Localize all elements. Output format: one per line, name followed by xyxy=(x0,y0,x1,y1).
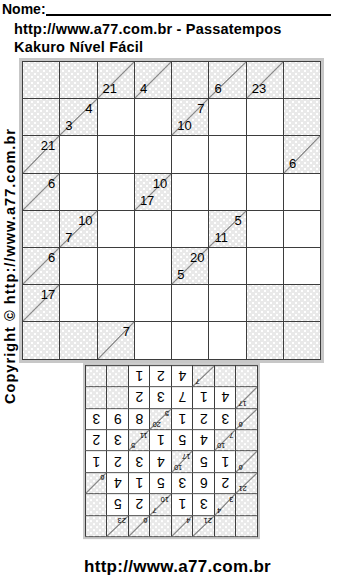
clue-cell: 7 xyxy=(193,365,215,386)
entry-cell[interactable] xyxy=(135,248,172,285)
entry-cell[interactable] xyxy=(98,248,135,285)
entry-cell[interactable] xyxy=(172,322,209,359)
blocked-cell xyxy=(107,365,129,386)
across-clue-number: 17 xyxy=(239,399,247,407)
site-title: http://www.a77.com.br - Passatempos xyxy=(14,21,282,37)
clue-cell: 6 xyxy=(209,62,246,99)
blocked-cell xyxy=(247,285,284,322)
blocked-cell xyxy=(214,365,236,386)
solution-digit-cell: 2 xyxy=(150,365,172,386)
blocked-cell xyxy=(85,515,107,536)
solution-digit-cell: 5 xyxy=(107,493,129,514)
clue-cell: 511 xyxy=(209,211,246,248)
solution-digit-cell: 4 xyxy=(171,365,193,386)
solution-digit-cell: 1 xyxy=(171,493,193,514)
solution-digit-cell: 3 xyxy=(107,429,129,450)
entry-cell[interactable] xyxy=(172,136,209,173)
clue-cell: 43 xyxy=(60,99,97,136)
clue-cell: 23 xyxy=(107,515,129,536)
blocked-cell xyxy=(23,99,60,136)
entry-cell[interactable] xyxy=(172,285,209,322)
entry-cell[interactable] xyxy=(135,99,172,136)
blocked-cell xyxy=(107,386,129,407)
solution-digit-cell: 1 xyxy=(214,451,236,472)
down-clue-number: 4 xyxy=(140,82,147,95)
entry-cell[interactable] xyxy=(209,322,246,359)
across-clue-number: 4 xyxy=(85,102,92,115)
entry-cell[interactable] xyxy=(209,136,246,173)
down-clue-number: 21 xyxy=(103,82,117,95)
across-clue-number: 7 xyxy=(196,378,200,386)
entry-cell[interactable] xyxy=(209,285,246,322)
page-title: Kakuro Nível Fácil xyxy=(14,39,143,55)
entry-cell[interactable] xyxy=(135,211,172,248)
solution-digit-cell: 5 xyxy=(171,429,193,450)
solution-digit-cell: 5 xyxy=(193,451,215,472)
blocked-cell xyxy=(150,515,172,536)
across-clue-number: 6 xyxy=(239,421,243,429)
solution-digit-cell: 9 xyxy=(107,408,129,429)
kakuro-solution-grid-inner: 2146234331710252126351466151017432110745… xyxy=(85,365,258,537)
blocked-cell xyxy=(85,365,107,386)
clue-cell: 4 xyxy=(171,515,193,536)
entry-cell[interactable] xyxy=(98,136,135,173)
across-clue-number: 20 xyxy=(190,251,204,264)
solution-digit-cell: 3 xyxy=(214,408,236,429)
solution-digit-cell: 4 xyxy=(107,472,129,493)
across-clue-number: 10 xyxy=(217,442,225,450)
solution-digit-cell: 3 xyxy=(85,408,107,429)
solution-digit-cell: 1 xyxy=(171,408,193,429)
down-clue-number: 23 xyxy=(118,517,126,525)
blocked-cell xyxy=(23,322,60,359)
entry-cell[interactable] xyxy=(284,211,321,248)
clue-cell: 7 xyxy=(98,322,135,359)
across-clue-number: 6 xyxy=(239,463,243,471)
across-clue-number: 4 xyxy=(217,506,221,514)
blocked-cell xyxy=(247,322,284,359)
across-clue-number: 6 xyxy=(48,177,55,190)
entry-cell[interactable] xyxy=(98,211,135,248)
entry-cell[interactable] xyxy=(172,174,209,211)
blocked-cell xyxy=(85,386,107,407)
across-clue-number: 20 xyxy=(153,421,161,429)
down-clue-number: 11 xyxy=(140,431,148,439)
across-clue-number: 10 xyxy=(174,463,182,471)
across-clue-number: 21 xyxy=(239,485,247,493)
down-clue-number: 3 xyxy=(229,495,233,503)
entry-cell[interactable] xyxy=(172,211,209,248)
blocked-cell xyxy=(284,99,321,136)
down-clue-number: 5 xyxy=(165,410,169,418)
solution-digit-cell: 2 xyxy=(193,408,215,429)
clue-cell: 107 xyxy=(214,429,236,450)
down-clue-number: 6 xyxy=(289,157,296,170)
solution-digit-cell: 2 xyxy=(107,451,129,472)
entry-cell[interactable] xyxy=(284,248,321,285)
clue-cell: 43 xyxy=(214,493,236,514)
down-clue-number: 23 xyxy=(252,82,266,95)
clue-cell: 205 xyxy=(150,408,172,429)
solution-digit-cell: 4 xyxy=(214,386,236,407)
clue-cell: 6 xyxy=(85,472,107,493)
across-clue-number: 5 xyxy=(235,214,242,227)
across-clue-number: 10 xyxy=(78,214,92,227)
solution-digit-cell: 4 xyxy=(150,451,172,472)
down-clue-number: 7 xyxy=(229,431,233,439)
clue-cell: 710 xyxy=(172,99,209,136)
entry-cell[interactable] xyxy=(60,248,97,285)
entry-cell[interactable] xyxy=(247,136,284,173)
entry-cell[interactable] xyxy=(98,99,135,136)
down-clue-number: 10 xyxy=(177,119,191,132)
solution-digit-cell: 3 xyxy=(128,451,150,472)
entry-cell[interactable] xyxy=(209,174,246,211)
solution-digit-cell: 8 xyxy=(128,408,150,429)
blocked-cell xyxy=(284,285,321,322)
solution-digit-cell: 6 xyxy=(193,472,215,493)
solution-digit-cell: 1 xyxy=(128,472,150,493)
clue-cell: 4 xyxy=(135,62,172,99)
entry-cell[interactable] xyxy=(209,99,246,136)
clue-cell: 21 xyxy=(236,472,258,493)
down-clue-number: 6 xyxy=(100,474,104,482)
entry-cell[interactable] xyxy=(60,136,97,173)
down-clue-number: 6 xyxy=(143,517,147,525)
solution-digit-cell: 1 xyxy=(150,429,172,450)
solution-digit-cell: 3 xyxy=(150,386,172,407)
down-clue-number: 7 xyxy=(65,231,72,244)
solution-digit-cell: 1 xyxy=(193,386,215,407)
blocked-cell xyxy=(23,211,60,248)
kakuro-worksheet-page: Nome: http://www.a77.com.br - Passatempo… xyxy=(0,0,340,584)
across-clue-number: 6 xyxy=(48,251,55,264)
solution-digit-cell: 2 xyxy=(214,472,236,493)
blocked-cell xyxy=(236,365,258,386)
clue-cell: 21 xyxy=(193,515,215,536)
clue-cell: 1017 xyxy=(135,174,172,211)
solution-digit-cell: 3 xyxy=(171,472,193,493)
name-label: Nome: xyxy=(2,1,46,17)
entry-cell[interactable] xyxy=(60,285,97,322)
entry-cell[interactable] xyxy=(247,248,284,285)
down-clue-number: 21 xyxy=(204,517,212,525)
entry-cell[interactable] xyxy=(284,174,321,211)
blocked-cell xyxy=(236,493,258,514)
blocked-cell xyxy=(60,62,97,99)
clue-cell: 6 xyxy=(236,408,258,429)
entry-cell[interactable] xyxy=(135,136,172,173)
entry-cell[interactable] xyxy=(247,174,284,211)
down-clue-number: 3 xyxy=(65,119,72,132)
clue-cell: 21 xyxy=(98,62,135,99)
clue-cell: 511 xyxy=(128,429,150,450)
blocked-cell xyxy=(172,62,209,99)
solution-digit-cell: 2 xyxy=(128,493,150,514)
down-clue-number: 17 xyxy=(182,453,190,461)
blocked-cell xyxy=(23,62,60,99)
down-clue-number: 11 xyxy=(214,231,228,244)
across-clue-number: 7 xyxy=(197,102,204,115)
kakuro-puzzle-grid-inner: 21462343710216610171075116205177 xyxy=(22,61,321,360)
blocked-cell xyxy=(85,493,107,514)
copyright-vertical-text: Copyright © http://www.a77.com.br xyxy=(2,128,18,404)
blocked-cell xyxy=(60,322,97,359)
across-clue-number: 5 xyxy=(131,442,135,450)
down-clue-number: 17 xyxy=(140,194,154,207)
down-clue-number: 4 xyxy=(186,517,190,525)
blocked-cell xyxy=(284,62,321,99)
clue-cell: 6 xyxy=(128,515,150,536)
across-clue-number: 7 xyxy=(123,325,130,338)
clue-cell: 21 xyxy=(23,136,60,173)
across-clue-number: 21 xyxy=(41,139,55,152)
entry-cell[interactable] xyxy=(98,174,135,211)
entry-cell[interactable] xyxy=(98,285,135,322)
entry-cell[interactable] xyxy=(209,248,246,285)
solution-digit-cell: 5 xyxy=(150,472,172,493)
down-clue-number: 5 xyxy=(177,268,184,281)
entry-cell[interactable] xyxy=(247,211,284,248)
entry-cell[interactable] xyxy=(135,285,172,322)
across-clue-number: 17 xyxy=(41,288,55,301)
clue-cell: 1017 xyxy=(171,451,193,472)
solution-digit-cell: 3 xyxy=(193,493,215,514)
across-clue-number: 7 xyxy=(153,506,157,514)
clue-cell: 205 xyxy=(172,248,209,285)
clue-cell: 6 xyxy=(23,248,60,285)
name-blank-line[interactable] xyxy=(46,2,331,16)
clue-cell: 6 xyxy=(284,136,321,173)
kakuro-solution-grid-rotated: 2146234331710252126351466151017432110745… xyxy=(83,363,260,539)
down-clue-number: 10 xyxy=(161,495,169,503)
solution-digit-cell: 2 xyxy=(128,386,150,407)
entry-cell[interactable] xyxy=(247,99,284,136)
blocked-cell xyxy=(236,429,258,450)
footer-url: http://www.a77.com.br xyxy=(84,557,271,577)
clue-cell: 23 xyxy=(247,62,284,99)
clue-cell: 17 xyxy=(23,285,60,322)
down-clue-number: 6 xyxy=(214,82,221,95)
clue-cell: 710 xyxy=(150,493,172,514)
clue-cell: 17 xyxy=(236,386,258,407)
blocked-cell xyxy=(214,515,236,536)
solution-digit-cell: 1 xyxy=(128,365,150,386)
entry-cell[interactable] xyxy=(135,322,172,359)
blocked-cell xyxy=(284,322,321,359)
across-clue-number: 10 xyxy=(153,177,167,190)
kakuro-puzzle-grid: 21462343710216610171075116205177 xyxy=(19,58,324,363)
clue-cell: 6 xyxy=(236,451,258,472)
clue-cell: 6 xyxy=(23,174,60,211)
clue-cell: 107 xyxy=(60,211,97,248)
solution-digit-cell: 7 xyxy=(171,386,193,407)
solution-digit-cell: 2 xyxy=(85,429,107,450)
blocked-cell xyxy=(236,515,258,536)
entry-cell[interactable] xyxy=(60,174,97,211)
solution-digit-cell: 4 xyxy=(193,429,215,450)
solution-digit-cell: 1 xyxy=(85,451,107,472)
